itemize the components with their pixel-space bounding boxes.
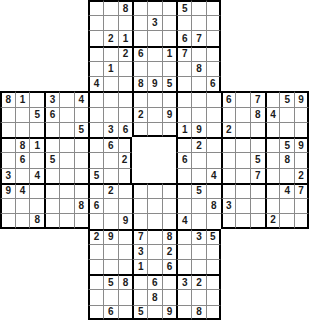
cell-r8-c18: 8 bbox=[250, 107, 265, 122]
cell-r8-c8[interactable] bbox=[103, 107, 118, 122]
cell-r2-c12[interactable] bbox=[162, 15, 177, 30]
cell-r8-c13[interactable] bbox=[176, 107, 191, 122]
cell-r15-c14[interactable] bbox=[191, 213, 206, 228]
cell-r15-c12[interactable] bbox=[162, 213, 177, 228]
outside-area bbox=[221, 229, 236, 244]
cell-r1-c10[interactable] bbox=[132, 0, 147, 15]
outside-area bbox=[0, 15, 15, 30]
cell-r12-c13[interactable] bbox=[176, 168, 191, 183]
cell-r10-c5[interactable] bbox=[59, 137, 74, 152]
cell-r14-c18[interactable] bbox=[250, 198, 265, 213]
outside-area bbox=[235, 46, 250, 61]
cell-r2-c7[interactable] bbox=[88, 15, 103, 30]
cell-r10-c14: 2 bbox=[191, 137, 206, 152]
cell-r15-c11[interactable] bbox=[147, 213, 162, 228]
outside-area bbox=[44, 274, 59, 289]
outside-area bbox=[294, 30, 309, 45]
outside-area bbox=[235, 244, 250, 259]
cell-r12-c20[interactable] bbox=[279, 168, 294, 183]
cell-r10-c6[interactable] bbox=[74, 137, 89, 152]
cell-r13-c12[interactable] bbox=[162, 183, 177, 198]
cell-r10-c18[interactable] bbox=[250, 137, 265, 152]
cell-r6-c10: 8 bbox=[132, 76, 147, 91]
cell-r7-c9[interactable] bbox=[118, 91, 133, 106]
cell-r11-c5[interactable] bbox=[59, 152, 74, 167]
cell-r10-c9[interactable] bbox=[118, 137, 133, 152]
cell-r18-c15[interactable] bbox=[206, 259, 221, 274]
cell-r14-c4[interactable] bbox=[44, 198, 59, 213]
cell-r2-c13[interactable] bbox=[176, 15, 191, 30]
outside-area bbox=[59, 61, 74, 76]
outside-area bbox=[15, 0, 30, 15]
cell-r11-c13: 6 bbox=[176, 152, 191, 167]
outside-area bbox=[265, 274, 280, 289]
cell-r9-c2[interactable] bbox=[15, 122, 30, 137]
cell-r14-c17[interactable] bbox=[235, 198, 250, 213]
cell-r4-c14[interactable] bbox=[191, 46, 206, 61]
cell-r18-c11[interactable] bbox=[147, 259, 162, 274]
cell-r2-c10[interactable] bbox=[132, 15, 147, 30]
cell-r15-c4[interactable] bbox=[44, 213, 59, 228]
cell-r15-c16[interactable] bbox=[221, 213, 236, 228]
cell-r14-c21[interactable] bbox=[294, 198, 309, 213]
cell-r3-c9: 1 bbox=[118, 30, 133, 45]
cell-r7-c20: 5 bbox=[279, 91, 294, 106]
cell-r16-c14: 3 bbox=[191, 229, 206, 244]
outside-area bbox=[59, 46, 74, 61]
outside-area bbox=[250, 76, 265, 91]
cell-r16-c12: 8 bbox=[162, 229, 177, 244]
outside-area bbox=[29, 61, 44, 76]
cell-r10-c15[interactable] bbox=[206, 137, 221, 152]
cell-r18-c14[interactable] bbox=[191, 259, 206, 274]
cell-r15-c5[interactable] bbox=[59, 213, 74, 228]
cell-r17-c14[interactable] bbox=[191, 244, 206, 259]
outside-area bbox=[74, 244, 89, 259]
cell-r9-c5[interactable] bbox=[59, 122, 74, 137]
cell-r9-c4[interactable] bbox=[44, 122, 59, 137]
cell-r9-c19[interactable] bbox=[265, 122, 280, 137]
outside-area bbox=[279, 0, 294, 15]
cell-r13-c9[interactable] bbox=[118, 183, 133, 198]
cell-r20-c14[interactable] bbox=[191, 289, 206, 304]
outside-area bbox=[29, 259, 44, 274]
cell-r11-c17[interactable] bbox=[235, 152, 250, 167]
cell-r13-c13[interactable] bbox=[176, 183, 191, 198]
outside-area bbox=[15, 76, 30, 91]
cell-r9-c7[interactable] bbox=[88, 122, 103, 137]
outside-area bbox=[59, 259, 74, 274]
cell-r11-c14[interactable] bbox=[191, 152, 206, 167]
cell-r15-c1[interactable] bbox=[0, 213, 15, 228]
cell-r5-c15[interactable] bbox=[206, 61, 221, 76]
cell-r12-c16[interactable] bbox=[221, 168, 236, 183]
outside-area bbox=[279, 46, 294, 61]
cell-r16-c9[interactable] bbox=[118, 229, 133, 244]
cell-r16-c13[interactable] bbox=[176, 229, 191, 244]
outside-area bbox=[221, 0, 236, 15]
outside-area bbox=[74, 0, 89, 15]
cell-r7-c5[interactable] bbox=[59, 91, 74, 106]
cell-r9-c21[interactable] bbox=[294, 122, 309, 137]
cell-r15-c21[interactable] bbox=[294, 213, 309, 228]
outside-area bbox=[44, 46, 59, 61]
cell-r13-c18[interactable] bbox=[250, 183, 265, 198]
cell-r2-c9[interactable] bbox=[118, 15, 133, 30]
cell-r1-c15[interactable] bbox=[206, 0, 221, 15]
cell-r15-c17[interactable] bbox=[235, 213, 250, 228]
outside-area bbox=[265, 244, 280, 259]
cell-r13-c10[interactable] bbox=[132, 183, 147, 198]
cell-r7-c10[interactable] bbox=[132, 91, 147, 106]
cell-r17-c13[interactable] bbox=[176, 244, 191, 259]
cell-r2-c14[interactable] bbox=[191, 15, 206, 30]
cell-r3-c7[interactable] bbox=[88, 30, 103, 45]
cell-r5-c13[interactable] bbox=[176, 61, 191, 76]
cell-r6-c9[interactable] bbox=[118, 76, 133, 91]
cell-r14-c20[interactable] bbox=[279, 198, 294, 213]
outside-area bbox=[265, 61, 280, 76]
cell-r2-c8[interactable] bbox=[103, 15, 118, 30]
cell-r3-c10[interactable] bbox=[132, 30, 147, 45]
cell-r8-c12: 9 bbox=[162, 107, 177, 122]
cell-r9-c17[interactable] bbox=[235, 122, 250, 137]
cell-r18-c9[interactable] bbox=[118, 259, 133, 274]
cell-r21-c8: 6 bbox=[103, 305, 118, 320]
cell-r7-c16: 6 bbox=[221, 91, 236, 106]
cell-r1-c12[interactable] bbox=[162, 0, 177, 15]
cell-r10-c7[interactable] bbox=[88, 137, 103, 152]
outside-area bbox=[44, 229, 59, 244]
cell-r20-c13[interactable] bbox=[176, 289, 191, 304]
cell-r13-c11[interactable] bbox=[147, 183, 162, 198]
cell-r5-c7[interactable] bbox=[88, 61, 103, 76]
outside-area bbox=[235, 76, 250, 91]
cell-r21-c7[interactable] bbox=[88, 305, 103, 320]
outside-area bbox=[265, 289, 280, 304]
cell-r10-c17[interactable] bbox=[235, 137, 250, 152]
cell-r10-c16[interactable] bbox=[221, 137, 236, 152]
cell-r13-c7[interactable] bbox=[88, 183, 103, 198]
cell-r15-c15[interactable] bbox=[206, 213, 221, 228]
cell-r14-c9[interactable] bbox=[118, 198, 133, 213]
outside-area bbox=[0, 244, 15, 259]
cell-r17-c9[interactable] bbox=[118, 244, 133, 259]
outside-area bbox=[250, 289, 265, 304]
cell-r9-c6: 5 bbox=[74, 122, 89, 137]
cell-r8-c7[interactable] bbox=[88, 107, 103, 122]
cell-r9-c1[interactable] bbox=[0, 122, 15, 137]
outside-area bbox=[15, 305, 30, 320]
cell-r10-c1[interactable] bbox=[0, 137, 15, 152]
cell-r7-c3[interactable] bbox=[29, 91, 44, 106]
cell-r2-c15[interactable] bbox=[206, 15, 221, 30]
cell-r12-c1: 3 bbox=[0, 168, 15, 183]
cell-r14-c11[interactable] bbox=[147, 198, 162, 213]
cell-r20-c12[interactable] bbox=[162, 289, 177, 304]
cell-r12-c2[interactable] bbox=[15, 168, 30, 183]
outside-area bbox=[29, 46, 44, 61]
cell-r4-c15[interactable] bbox=[206, 46, 221, 61]
outside-area bbox=[279, 305, 294, 320]
cell-r9-c14: 9 bbox=[191, 122, 206, 137]
cell-r8-c1[interactable] bbox=[0, 107, 15, 122]
cell-r21-c12: 9 bbox=[162, 305, 177, 320]
outside-area bbox=[132, 137, 147, 152]
outside-area bbox=[235, 0, 250, 15]
cell-r7-c13[interactable] bbox=[176, 91, 191, 106]
cell-r14-c1[interactable] bbox=[0, 198, 15, 213]
cell-r11-c6[interactable] bbox=[74, 152, 89, 167]
cell-r11-c16[interactable] bbox=[221, 152, 236, 167]
outside-area bbox=[29, 76, 44, 91]
cell-r17-c10: 3 bbox=[132, 244, 147, 259]
cell-r12-c19[interactable] bbox=[265, 168, 280, 183]
cell-r15-c20[interactable] bbox=[279, 213, 294, 228]
cell-r11-c21[interactable] bbox=[294, 152, 309, 167]
cell-r6-c13[interactable] bbox=[176, 76, 191, 91]
cell-r18-c13[interactable] bbox=[176, 259, 191, 274]
cell-r5-c12[interactable] bbox=[162, 61, 177, 76]
outside-area bbox=[29, 0, 44, 15]
cell-r11-c1[interactable] bbox=[0, 152, 15, 167]
cell-r7-c12[interactable] bbox=[162, 91, 177, 106]
cell-r8-c6[interactable] bbox=[74, 107, 89, 122]
outside-area bbox=[74, 61, 89, 76]
outside-area bbox=[162, 152, 177, 167]
cell-r8-c17[interactable] bbox=[235, 107, 250, 122]
outside-area bbox=[29, 274, 44, 289]
cell-r17-c12: 2 bbox=[162, 244, 177, 259]
cell-r15-c18[interactable] bbox=[250, 213, 265, 228]
cell-r4-c7[interactable] bbox=[88, 46, 103, 61]
cell-r13-c16[interactable] bbox=[221, 183, 236, 198]
cell-r16-c11[interactable] bbox=[147, 229, 162, 244]
cell-r10-c19[interactable] bbox=[265, 137, 280, 152]
cell-r21-c13[interactable] bbox=[176, 305, 191, 320]
cell-r14-c10[interactable] bbox=[132, 198, 147, 213]
cell-r20-c15[interactable] bbox=[206, 289, 221, 304]
cell-r8-c16[interactable] bbox=[221, 107, 236, 122]
outside-area bbox=[59, 15, 74, 30]
cell-r12-c8[interactable] bbox=[103, 168, 118, 183]
outside-area bbox=[15, 274, 30, 289]
cell-r1-c11[interactable] bbox=[147, 0, 162, 15]
cell-r4-c9: 2 bbox=[118, 46, 133, 61]
cell-r3-c14: 7 bbox=[191, 30, 206, 45]
cell-r8-c15[interactable] bbox=[206, 107, 221, 122]
cell-r5-c9[interactable] bbox=[118, 61, 133, 76]
cell-r20-c10[interactable] bbox=[132, 289, 147, 304]
cell-r16-c15: 5 bbox=[206, 229, 221, 244]
cell-r13-c5[interactable] bbox=[59, 183, 74, 198]
outside-area bbox=[294, 76, 309, 91]
cell-r15-c7[interactable] bbox=[88, 213, 103, 228]
outside-area bbox=[0, 0, 15, 15]
cell-r20-c8[interactable] bbox=[103, 289, 118, 304]
cell-r15-c10[interactable] bbox=[132, 213, 147, 228]
cell-r8-c2[interactable] bbox=[15, 107, 30, 122]
cell-r8-c9[interactable] bbox=[118, 107, 133, 122]
cell-r14-c13[interactable] bbox=[176, 198, 191, 213]
cell-r16-c10: 7 bbox=[132, 229, 147, 244]
cell-r12-c5[interactable] bbox=[59, 168, 74, 183]
cell-r10-c13[interactable] bbox=[176, 137, 191, 152]
outside-area bbox=[250, 244, 265, 259]
cell-r12-c4[interactable] bbox=[44, 168, 59, 183]
cell-r3-c15[interactable] bbox=[206, 30, 221, 45]
outside-area bbox=[235, 30, 250, 45]
cell-r21-c9[interactable] bbox=[118, 305, 133, 320]
outside-area bbox=[279, 76, 294, 91]
cell-r13-c3[interactable] bbox=[29, 183, 44, 198]
cell-r20-c9[interactable] bbox=[118, 289, 133, 304]
cell-r11-c15[interactable] bbox=[206, 152, 221, 167]
cell-r11-c3[interactable] bbox=[29, 152, 44, 167]
cell-r5-c10[interactable] bbox=[132, 61, 147, 76]
cell-r1-c14[interactable] bbox=[191, 0, 206, 15]
cell-r9-c20[interactable] bbox=[279, 122, 294, 137]
outside-area bbox=[15, 46, 30, 61]
cell-r9-c10[interactable] bbox=[132, 122, 147, 137]
cell-r18-c10: 1 bbox=[132, 259, 147, 274]
cell-r8-c19: 4 bbox=[265, 107, 280, 122]
cell-r19-c12[interactable] bbox=[162, 274, 177, 289]
cell-r11-c7[interactable] bbox=[88, 152, 103, 167]
outside-area bbox=[0, 61, 15, 76]
cell-r10-c8: 6 bbox=[103, 137, 118, 152]
outside-area bbox=[294, 259, 309, 274]
cell-r17-c7[interactable] bbox=[88, 244, 103, 259]
outside-area bbox=[74, 76, 89, 91]
cell-r3-c13: 6 bbox=[176, 30, 191, 45]
outside-area bbox=[221, 259, 236, 274]
cell-r18-c8[interactable] bbox=[103, 259, 118, 274]
cell-r14-c5[interactable] bbox=[59, 198, 74, 213]
outside-area bbox=[0, 274, 15, 289]
cell-r14-c14[interactable] bbox=[191, 198, 206, 213]
cell-r7-c17[interactable] bbox=[235, 91, 250, 106]
cell-r13-c6[interactable] bbox=[74, 183, 89, 198]
cell-r9-c3[interactable] bbox=[29, 122, 44, 137]
cell-r8-c20[interactable] bbox=[279, 107, 294, 122]
cell-r17-c15[interactable] bbox=[206, 244, 221, 259]
cell-r7-c19[interactable] bbox=[265, 91, 280, 106]
cell-r15-c6[interactable] bbox=[74, 213, 89, 228]
outside-area bbox=[221, 289, 236, 304]
outside-area bbox=[235, 61, 250, 76]
cell-r3-c12[interactable] bbox=[162, 30, 177, 45]
cell-r9-c12[interactable] bbox=[162, 122, 177, 137]
cell-r9-c11[interactable] bbox=[147, 122, 162, 137]
cell-r1-c8[interactable] bbox=[103, 0, 118, 15]
cell-r12-c17[interactable] bbox=[235, 168, 250, 183]
cell-r12-c9[interactable] bbox=[118, 168, 133, 183]
cell-r15-c19: 2 bbox=[265, 213, 280, 228]
cell-r13-c8: 2 bbox=[103, 183, 118, 198]
cell-r7-c11[interactable] bbox=[147, 91, 162, 106]
outside-area bbox=[15, 30, 30, 45]
cell-r11-c2: 6 bbox=[15, 152, 30, 167]
cell-r3-c8: 2 bbox=[103, 30, 118, 45]
outside-area bbox=[294, 305, 309, 320]
cell-r15-c2[interactable] bbox=[15, 213, 30, 228]
cell-r12-c14[interactable] bbox=[191, 168, 206, 183]
cell-r10-c4[interactable] bbox=[44, 137, 59, 152]
cell-r9-c15[interactable] bbox=[206, 122, 221, 137]
cell-r21-c11[interactable] bbox=[147, 305, 162, 320]
cell-r17-c11[interactable] bbox=[147, 244, 162, 259]
cell-r8-c11[interactable] bbox=[147, 107, 162, 122]
outside-area bbox=[162, 137, 177, 152]
cell-r11-c9: 2 bbox=[118, 152, 133, 167]
cell-r18-c7[interactable] bbox=[88, 259, 103, 274]
cell-r8-c14[interactable] bbox=[191, 107, 206, 122]
outside-area bbox=[15, 229, 30, 244]
cell-r19-c15[interactable] bbox=[206, 274, 221, 289]
outside-area bbox=[235, 259, 250, 274]
cell-r4-c11[interactable] bbox=[147, 46, 162, 61]
cell-r13-c4[interactable] bbox=[44, 183, 59, 198]
cell-r1-c7[interactable] bbox=[88, 0, 103, 15]
cell-r10-c20: 5 bbox=[279, 137, 294, 152]
outside-area bbox=[294, 274, 309, 289]
cell-r12-c6[interactable] bbox=[74, 168, 89, 183]
cell-r19-c7[interactable] bbox=[88, 274, 103, 289]
outside-area bbox=[44, 0, 59, 15]
outside-area bbox=[221, 244, 236, 259]
cell-r14-c3[interactable] bbox=[29, 198, 44, 213]
cell-r19-c10[interactable] bbox=[132, 274, 147, 289]
cell-r3-c11[interactable] bbox=[147, 30, 162, 45]
outside-area bbox=[29, 30, 44, 45]
cell-r7-c7[interactable] bbox=[88, 91, 103, 106]
cell-r8-c21[interactable] bbox=[294, 107, 309, 122]
outside-area bbox=[235, 229, 250, 244]
cell-r11-c19[interactable] bbox=[265, 152, 280, 167]
cell-r13-c17[interactable] bbox=[235, 183, 250, 198]
cell-r7-c8[interactable] bbox=[103, 91, 118, 106]
outside-area bbox=[265, 229, 280, 244]
cell-r7-c14[interactable] bbox=[191, 91, 206, 106]
cell-r20-c7[interactable] bbox=[88, 289, 103, 304]
cell-r14-c2[interactable] bbox=[15, 198, 30, 213]
outside-area bbox=[147, 137, 162, 152]
cell-r8-c5[interactable] bbox=[59, 107, 74, 122]
cell-r17-c8[interactable] bbox=[103, 244, 118, 259]
cell-r10-c21: 9 bbox=[294, 137, 309, 152]
cell-r13-c15[interactable] bbox=[206, 183, 221, 198]
cell-r21-c15[interactable] bbox=[206, 305, 221, 320]
cell-r13-c19[interactable] bbox=[265, 183, 280, 198]
cell-r4-c8[interactable] bbox=[103, 46, 118, 61]
cell-r7-c15[interactable] bbox=[206, 91, 221, 106]
cell-r14-c8[interactable] bbox=[103, 198, 118, 213]
outside-area bbox=[44, 244, 59, 259]
cell-r5-c11[interactable] bbox=[147, 61, 162, 76]
outside-area bbox=[250, 305, 265, 320]
cell-r6-c8[interactable] bbox=[103, 76, 118, 91]
cell-r6-c14[interactable] bbox=[191, 76, 206, 91]
cell-r14-c19[interactable] bbox=[265, 198, 280, 213]
cell-r15-c8[interactable] bbox=[103, 213, 118, 228]
cell-r4-c10: 6 bbox=[132, 46, 147, 61]
cell-r19-c14: 2 bbox=[191, 274, 206, 289]
cell-r11-c8[interactable] bbox=[103, 152, 118, 167]
cell-r14-c7: 6 bbox=[88, 198, 103, 213]
cell-r14-c12[interactable] bbox=[162, 198, 177, 213]
cell-r9-c18[interactable] bbox=[250, 122, 265, 137]
